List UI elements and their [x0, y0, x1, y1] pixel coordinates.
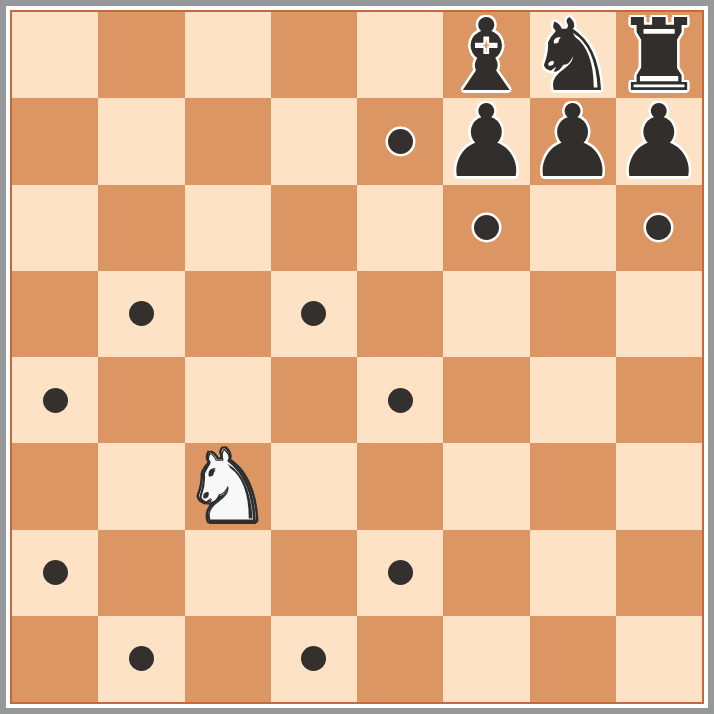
square-c7[interactable]: [185, 98, 271, 184]
window-background: ♝♞♜♟♟♟♞♘: [0, 0, 714, 714]
square-a3[interactable]: [12, 443, 98, 529]
move-hint-dot-a2[interactable]: [43, 560, 68, 585]
square-e6[interactable]: [357, 185, 443, 271]
square-h7[interactable]: ♟: [616, 98, 702, 184]
square-c2[interactable]: [185, 530, 271, 616]
square-f2[interactable]: [443, 530, 529, 616]
piece-black-pawn[interactable]: ♟: [616, 98, 702, 184]
square-f5[interactable]: [443, 271, 529, 357]
square-f1[interactable]: [443, 616, 529, 702]
square-h6[interactable]: [616, 185, 702, 271]
square-f7[interactable]: ♟: [443, 98, 529, 184]
square-f6[interactable]: [443, 185, 529, 271]
white-knight-outline-glyph: ♘: [183, 437, 273, 537]
square-d1[interactable]: [271, 616, 357, 702]
board-inner-frame: ♝♞♜♟♟♟♞♘: [6, 6, 708, 708]
piece-black-pawn[interactable]: ♟: [443, 98, 529, 184]
square-a2[interactable]: [12, 530, 98, 616]
move-hint-dot-h6[interactable]: [646, 215, 671, 240]
square-b8[interactable]: [98, 12, 184, 98]
move-hint-dot-f6[interactable]: [474, 215, 499, 240]
square-d6[interactable]: [271, 185, 357, 271]
black-pawn-glyph: ♟: [528, 92, 618, 192]
move-hint-dot-e7[interactable]: [388, 129, 413, 154]
square-g7[interactable]: ♟: [530, 98, 616, 184]
square-c5[interactable]: [185, 271, 271, 357]
square-h4[interactable]: [616, 357, 702, 443]
square-a4[interactable]: [12, 357, 98, 443]
square-g2[interactable]: [530, 530, 616, 616]
square-d2[interactable]: [271, 530, 357, 616]
square-h3[interactable]: [616, 443, 702, 529]
chess-board: ♝♞♜♟♟♟♞♘: [12, 12, 702, 702]
square-c1[interactable]: [185, 616, 271, 702]
square-d8[interactable]: [271, 12, 357, 98]
square-b1[interactable]: [98, 616, 184, 702]
piece-white-knight[interactable]: ♞♘: [185, 443, 271, 529]
square-e4[interactable]: [357, 357, 443, 443]
square-e2[interactable]: [357, 530, 443, 616]
move-hint-dot-a4[interactable]: [43, 388, 68, 413]
square-a7[interactable]: [12, 98, 98, 184]
square-a6[interactable]: [12, 185, 98, 271]
square-b5[interactable]: [98, 271, 184, 357]
square-g1[interactable]: [530, 616, 616, 702]
square-f4[interactable]: [443, 357, 529, 443]
square-f3[interactable]: [443, 443, 529, 529]
square-g3[interactable]: [530, 443, 616, 529]
square-g5[interactable]: [530, 271, 616, 357]
square-e1[interactable]: [357, 616, 443, 702]
square-g4[interactable]: [530, 357, 616, 443]
square-d4[interactable]: [271, 357, 357, 443]
square-h2[interactable]: [616, 530, 702, 616]
square-a8[interactable]: [12, 12, 98, 98]
move-hint-dot-e2[interactable]: [388, 560, 413, 585]
square-b2[interactable]: [98, 530, 184, 616]
square-b3[interactable]: [98, 443, 184, 529]
black-pawn-glyph: ♟: [614, 92, 704, 192]
square-d5[interactable]: [271, 271, 357, 357]
black-pawn-glyph: ♟: [442, 92, 532, 192]
square-b6[interactable]: [98, 185, 184, 271]
square-g6[interactable]: [530, 185, 616, 271]
move-hint-dot-d5[interactable]: [301, 301, 326, 326]
square-e5[interactable]: [357, 271, 443, 357]
square-h5[interactable]: [616, 271, 702, 357]
square-c8[interactable]: [185, 12, 271, 98]
square-c3[interactable]: ♞♘: [185, 443, 271, 529]
move-hint-dot-b1[interactable]: [129, 646, 154, 671]
square-e8[interactable]: [357, 12, 443, 98]
move-hint-dot-e4[interactable]: [388, 388, 413, 413]
square-b7[interactable]: [98, 98, 184, 184]
square-e7[interactable]: [357, 98, 443, 184]
square-h1[interactable]: [616, 616, 702, 702]
square-a1[interactable]: [12, 616, 98, 702]
move-hint-dot-d1[interactable]: [301, 646, 326, 671]
square-d3[interactable]: [271, 443, 357, 529]
chess-board-frame: ♝♞♜♟♟♟♞♘: [10, 10, 704, 704]
move-hint-dot-b5[interactable]: [129, 301, 154, 326]
square-e3[interactable]: [357, 443, 443, 529]
square-d7[interactable]: [271, 98, 357, 184]
square-c6[interactable]: [185, 185, 271, 271]
square-a5[interactable]: [12, 271, 98, 357]
piece-black-pawn[interactable]: ♟: [530, 98, 616, 184]
square-b4[interactable]: [98, 357, 184, 443]
